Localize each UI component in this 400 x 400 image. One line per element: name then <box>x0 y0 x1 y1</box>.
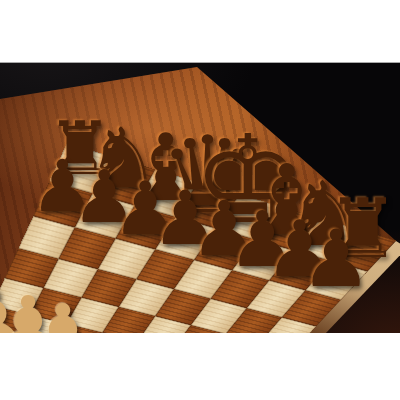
piece-black-pawn-a7: ♟ <box>27 151 98 222</box>
letterbox-bottom <box>0 333 400 400</box>
letterbox-top <box>0 0 400 62</box>
chess-set-photo: ♜♞♝♟♛♟♚♟♝♟♞♟♜♟♟♟♟♟♟ <box>0 0 400 400</box>
piece-black-pawn-g7: ♟ <box>261 211 339 289</box>
piece-white-pawn-c2: ♟ <box>17 293 109 335</box>
piece-black-knight-b8: ♞ <box>82 117 165 200</box>
piece-white-pawn-a2: ♟ <box>0 278 37 334</box>
piece-black-pawn-d7: ♟ <box>148 182 223 257</box>
piece-black-rook-a8: ♜ <box>43 112 117 186</box>
piece-black-rook-h8: ♜ <box>322 188 400 270</box>
piece-white-pawn-b2: ♟ <box>0 285 73 334</box>
piece-black-pawn-h7: ♟ <box>297 220 376 299</box>
piece-black-bishop-c8: ♝ <box>120 122 213 215</box>
piece-black-knight-g8: ♞ <box>281 170 370 259</box>
piece-black-bishop-f8: ♝ <box>239 153 336 250</box>
piece-black-pawn-c7: ♟ <box>108 172 182 246</box>
piece-black-pawn-b7: ♟ <box>68 161 140 233</box>
piece-black-queen-d8: ♛ <box>154 122 261 229</box>
pieces-layer: ♜♞♝♟♛♟♚♟♝♟♞♟♜♟♟♟♟♟♟ <box>0 63 400 334</box>
piece-black-king-e8: ♚ <box>187 120 309 242</box>
piece-black-pawn-e7: ♟ <box>186 192 262 268</box>
photo-frame: ♜♞♝♟♛♟♚♟♝♟♞♟♜♟♟♟♟♟♟ <box>0 62 400 334</box>
piece-black-pawn-f7: ♟ <box>224 202 301 279</box>
